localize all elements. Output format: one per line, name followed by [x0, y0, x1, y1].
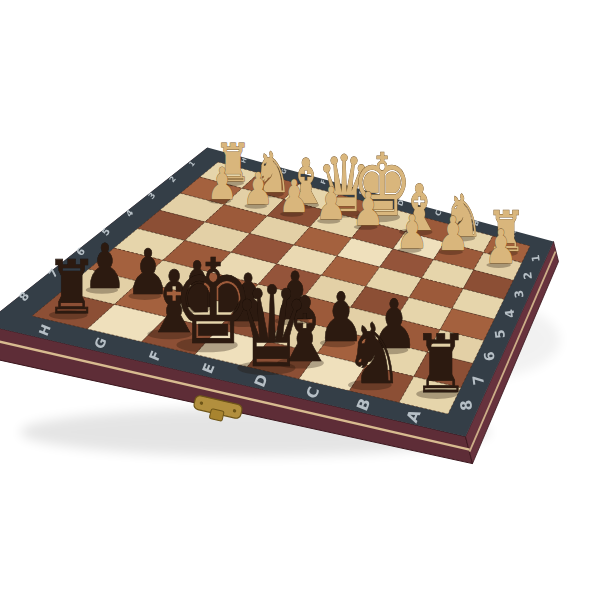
rank-label-right-5: 5 — [492, 329, 508, 340]
rank-label-right-3: 3 — [512, 289, 527, 299]
white-pawn-a2[interactable]: ♟ — [485, 220, 518, 275]
board-scene: 1122334455667788HHGGFFEEDDCCBBAA♜♞♟♝♟♛♟♚… — [0, 0, 600, 600]
black-rook-h8[interactable]: ♜ — [46, 244, 98, 331]
white-pawn-d2[interactable]: ♟ — [352, 183, 384, 237]
white-pawn-f2[interactable]: ♟ — [278, 171, 309, 223]
chess-set-photo: 1122334455667788HHGGFFEEDDCCBBAA♜♞♟♝♟♛♟♚… — [0, 0, 600, 600]
white-pawn-c2[interactable]: ♟ — [396, 206, 428, 260]
rank-label-right-4: 4 — [503, 308, 518, 318]
rank-label-right-7: 7 — [469, 374, 487, 386]
black-knight-b8[interactable]: ♞ — [345, 305, 404, 403]
black-queen-d8[interactable]: ♛ — [233, 262, 311, 392]
rank-label-right-1: 1 — [529, 254, 542, 263]
rank-label-right-2: 2 — [521, 271, 535, 280]
white-pawn-e2[interactable]: ♟ — [315, 178, 346, 230]
black-rook-a8[interactable]: ♜ — [413, 317, 469, 411]
rank-label-right-6: 6 — [481, 351, 498, 362]
white-pawn-b2[interactable]: ♟ — [437, 207, 470, 262]
white-pawn-g2[interactable]: ♟ — [243, 163, 274, 214]
white-pawn-h2[interactable]: ♟ — [207, 158, 238, 209]
